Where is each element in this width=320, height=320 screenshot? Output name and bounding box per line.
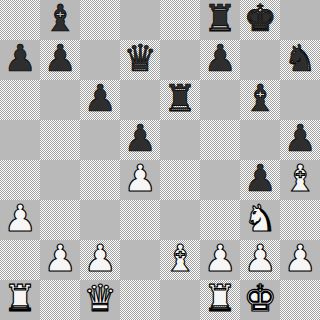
black-bishop-b8[interactable]: ♝ (43, 0, 76, 39)
black-pawn-c6[interactable]: ♟ (83, 79, 116, 119)
square-c4[interactable] (80, 160, 120, 200)
white-bishop-h4[interactable]: ♝ (283, 159, 316, 199)
square-d8[interactable] (120, 0, 160, 40)
square-g7[interactable] (240, 40, 280, 80)
black-pawn-g4[interactable]: ♟ (243, 159, 276, 199)
square-c7[interactable] (80, 40, 120, 80)
square-g8[interactable]: ♚ (240, 0, 280, 40)
black-pawn-d5[interactable]: ♟ (123, 119, 156, 159)
black-pawn-a7[interactable]: ♟ (3, 39, 36, 79)
square-a8[interactable] (0, 0, 40, 40)
square-c5[interactable] (80, 120, 120, 160)
square-h4[interactable]: ♝ (280, 160, 320, 200)
white-knight-g3[interactable]: ♞ (243, 199, 276, 239)
square-c8[interactable] (80, 0, 120, 40)
black-pawn-b7[interactable]: ♟ (43, 39, 76, 79)
square-f4[interactable] (200, 160, 240, 200)
white-pawn-c2[interactable]: ♟ (83, 239, 116, 279)
square-e7[interactable] (160, 40, 200, 80)
square-c6[interactable]: ♟ (80, 80, 120, 120)
white-bishop-e2[interactable]: ♝ (163, 239, 196, 279)
square-d2[interactable] (120, 240, 160, 280)
white-pawn-b2[interactable]: ♟ (43, 239, 76, 279)
square-d4[interactable]: ♟ (120, 160, 160, 200)
square-d5[interactable]: ♟ (120, 120, 160, 160)
black-king-g8[interactable]: ♚ (243, 0, 276, 39)
square-e4[interactable] (160, 160, 200, 200)
square-a7[interactable]: ♟ (0, 40, 40, 80)
square-a4[interactable] (0, 160, 40, 200)
square-b1[interactable] (40, 280, 80, 320)
black-pawn-f7[interactable]: ♟ (203, 39, 236, 79)
square-d3[interactable] (120, 200, 160, 240)
white-rook-a1[interactable]: ♜ (3, 279, 36, 319)
square-b7[interactable]: ♟ (40, 40, 80, 80)
square-a6[interactable] (0, 80, 40, 120)
square-a1[interactable]: ♜ (0, 280, 40, 320)
square-f5[interactable] (200, 120, 240, 160)
square-e8[interactable] (160, 0, 200, 40)
white-pawn-f2[interactable]: ♟ (203, 239, 236, 279)
white-pawn-d4[interactable]: ♟ (123, 159, 156, 199)
square-g2[interactable]: ♟ (240, 240, 280, 280)
white-rook-f1[interactable]: ♜ (203, 279, 236, 319)
white-king-g1[interactable]: ♚ (243, 279, 276, 319)
white-pawn-a3[interactable]: ♟ (3, 199, 36, 239)
chess-board: ♝♜♚♟♟♛♟♞♟♜♝♟♟♟♟♝♟♞♟♟♝♟♟♟♜♛♜♚ (0, 0, 320, 320)
black-queen-d7[interactable]: ♛ (123, 39, 156, 79)
black-knight-h7[interactable]: ♞ (283, 39, 316, 79)
black-bishop-g6[interactable]: ♝ (243, 79, 276, 119)
square-b2[interactable]: ♟ (40, 240, 80, 280)
square-f6[interactable] (200, 80, 240, 120)
square-h2[interactable]: ♟ (280, 240, 320, 280)
square-h5[interactable]: ♟ (280, 120, 320, 160)
square-e1[interactable] (160, 280, 200, 320)
square-b6[interactable] (40, 80, 80, 120)
square-g1[interactable]: ♚ (240, 280, 280, 320)
square-h7[interactable]: ♞ (280, 40, 320, 80)
square-c3[interactable] (80, 200, 120, 240)
square-c2[interactable]: ♟ (80, 240, 120, 280)
black-pawn-h5[interactable]: ♟ (283, 119, 316, 159)
square-h8[interactable] (280, 0, 320, 40)
square-d6[interactable] (120, 80, 160, 120)
square-d7[interactable]: ♛ (120, 40, 160, 80)
square-a2[interactable] (0, 240, 40, 280)
square-g4[interactable]: ♟ (240, 160, 280, 200)
square-a5[interactable] (0, 120, 40, 160)
square-b5[interactable] (40, 120, 80, 160)
black-rook-e6[interactable]: ♜ (163, 79, 196, 119)
square-h6[interactable] (280, 80, 320, 120)
square-h1[interactable] (280, 280, 320, 320)
square-f1[interactable]: ♜ (200, 280, 240, 320)
square-g3[interactable]: ♞ (240, 200, 280, 240)
square-h3[interactable] (280, 200, 320, 240)
white-pawn-g2[interactable]: ♟ (243, 239, 276, 279)
square-d1[interactable] (120, 280, 160, 320)
square-e2[interactable]: ♝ (160, 240, 200, 280)
square-f3[interactable] (200, 200, 240, 240)
square-e6[interactable]: ♜ (160, 80, 200, 120)
square-a3[interactable]: ♟ (0, 200, 40, 240)
square-b8[interactable]: ♝ (40, 0, 80, 40)
square-g6[interactable]: ♝ (240, 80, 280, 120)
square-c1[interactable]: ♛ (80, 280, 120, 320)
square-b3[interactable] (40, 200, 80, 240)
white-queen-c1[interactable]: ♛ (83, 279, 116, 319)
black-rook-f8[interactable]: ♜ (203, 0, 236, 39)
square-f7[interactable]: ♟ (200, 40, 240, 80)
square-g5[interactable] (240, 120, 280, 160)
square-f2[interactable]: ♟ (200, 240, 240, 280)
square-b4[interactable] (40, 160, 80, 200)
square-e5[interactable] (160, 120, 200, 160)
square-f8[interactable]: ♜ (200, 0, 240, 40)
square-e3[interactable] (160, 200, 200, 240)
white-pawn-h2[interactable]: ♟ (283, 239, 316, 279)
